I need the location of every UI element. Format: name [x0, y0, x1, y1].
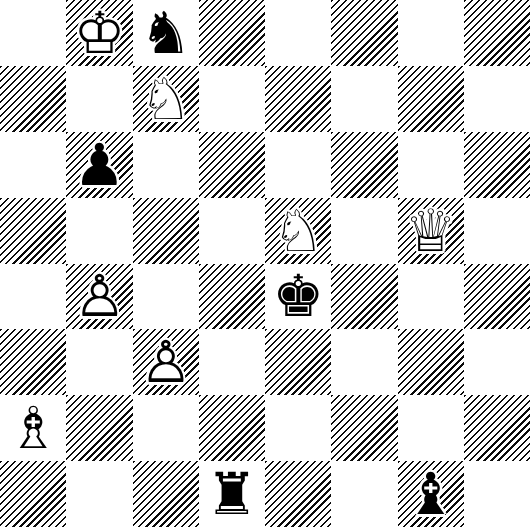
square-c8[interactable]: ♞♞ — [133, 0, 199, 66]
square-c7[interactable]: ♞♘ — [133, 66, 199, 132]
square-h3[interactable] — [464, 329, 530, 395]
piece-white-queen: ♕ — [398, 198, 464, 264]
square-e8[interactable] — [265, 0, 331, 66]
piece-halo: ♟ — [66, 132, 132, 198]
square-c4[interactable] — [133, 264, 199, 330]
square-b5[interactable] — [66, 198, 132, 264]
square-b1[interactable] — [66, 461, 132, 527]
square-b4[interactable]: ♟♙ — [66, 264, 132, 330]
square-f8[interactable] — [331, 0, 397, 66]
square-g5[interactable]: ♛♕ — [398, 198, 464, 264]
square-f4[interactable] — [331, 264, 397, 330]
piece-black-rook: ♜ — [199, 461, 265, 527]
square-e4[interactable]: ♚♚ — [265, 264, 331, 330]
piece-halo: ♟ — [133, 329, 199, 395]
square-b7[interactable] — [66, 66, 132, 132]
square-d3[interactable] — [199, 329, 265, 395]
piece-white-king: ♔ — [66, 0, 132, 66]
square-h6[interactable] — [464, 132, 530, 198]
square-g8[interactable] — [398, 0, 464, 66]
square-e1[interactable] — [265, 461, 331, 527]
square-d8[interactable] — [199, 0, 265, 66]
piece-white-knight: ♘ — [265, 198, 331, 264]
square-a5[interactable] — [0, 198, 66, 264]
square-g1[interactable]: ♝♝ — [398, 461, 464, 527]
square-c5[interactable] — [133, 198, 199, 264]
square-c2[interactable] — [133, 395, 199, 461]
square-d5[interactable] — [199, 198, 265, 264]
square-b8[interactable]: ♚♔ — [66, 0, 132, 66]
square-g3[interactable] — [398, 329, 464, 395]
square-f5[interactable] — [331, 198, 397, 264]
square-a2[interactable]: ♝♗ — [0, 395, 66, 461]
piece-halo: ♚ — [66, 0, 132, 66]
piece-halo: ♜ — [199, 461, 265, 527]
square-h8[interactable] — [464, 0, 530, 66]
square-b6[interactable]: ♟♟ — [66, 132, 132, 198]
square-d7[interactable] — [199, 66, 265, 132]
piece-white-knight: ♘ — [133, 66, 199, 132]
square-d1[interactable]: ♜♜ — [199, 461, 265, 527]
square-f2[interactable] — [331, 395, 397, 461]
square-f3[interactable] — [331, 329, 397, 395]
square-d6[interactable] — [199, 132, 265, 198]
square-b3[interactable] — [66, 329, 132, 395]
square-d2[interactable] — [199, 395, 265, 461]
square-d4[interactable] — [199, 264, 265, 330]
square-e3[interactable] — [265, 329, 331, 395]
square-h4[interactable] — [464, 264, 530, 330]
piece-black-knight: ♞ — [133, 0, 199, 66]
piece-black-king: ♚ — [265, 264, 331, 330]
piece-halo: ♝ — [0, 395, 66, 461]
square-h2[interactable] — [464, 395, 530, 461]
piece-white-bishop: ♗ — [0, 395, 66, 461]
square-g6[interactable] — [398, 132, 464, 198]
square-f1[interactable] — [331, 461, 397, 527]
square-a8[interactable] — [0, 0, 66, 66]
square-h7[interactable] — [464, 66, 530, 132]
square-h5[interactable] — [464, 198, 530, 264]
piece-white-pawn: ♙ — [133, 329, 199, 395]
piece-white-pawn: ♙ — [66, 264, 132, 330]
square-f6[interactable] — [331, 132, 397, 198]
square-a6[interactable] — [0, 132, 66, 198]
square-a1[interactable] — [0, 461, 66, 527]
square-e5[interactable]: ♞♘ — [265, 198, 331, 264]
piece-halo: ♛ — [398, 198, 464, 264]
chess-board: ♚♔♞♞♞♘♟♟♞♘♛♕♟♙♚♚♟♙♝♗♜♜♝♝ — [0, 0, 530, 527]
square-g4[interactable] — [398, 264, 464, 330]
square-b2[interactable] — [66, 395, 132, 461]
square-e6[interactable] — [265, 132, 331, 198]
square-h1[interactable] — [464, 461, 530, 527]
square-e2[interactable] — [265, 395, 331, 461]
square-a4[interactable] — [0, 264, 66, 330]
piece-halo: ♟ — [66, 264, 132, 330]
piece-halo: ♝ — [398, 461, 464, 527]
square-g2[interactable] — [398, 395, 464, 461]
piece-halo: ♚ — [265, 264, 331, 330]
square-g7[interactable] — [398, 66, 464, 132]
square-c1[interactable] — [133, 461, 199, 527]
piece-halo: ♞ — [133, 66, 199, 132]
square-e7[interactable] — [265, 66, 331, 132]
square-c3[interactable]: ♟♙ — [133, 329, 199, 395]
piece-black-bishop: ♝ — [398, 461, 464, 527]
square-c6[interactable] — [133, 132, 199, 198]
square-f7[interactable] — [331, 66, 397, 132]
piece-black-pawn: ♟ — [66, 132, 132, 198]
piece-halo: ♞ — [265, 198, 331, 264]
square-a3[interactable] — [0, 329, 66, 395]
piece-halo: ♞ — [133, 0, 199, 66]
square-a7[interactable] — [0, 66, 66, 132]
